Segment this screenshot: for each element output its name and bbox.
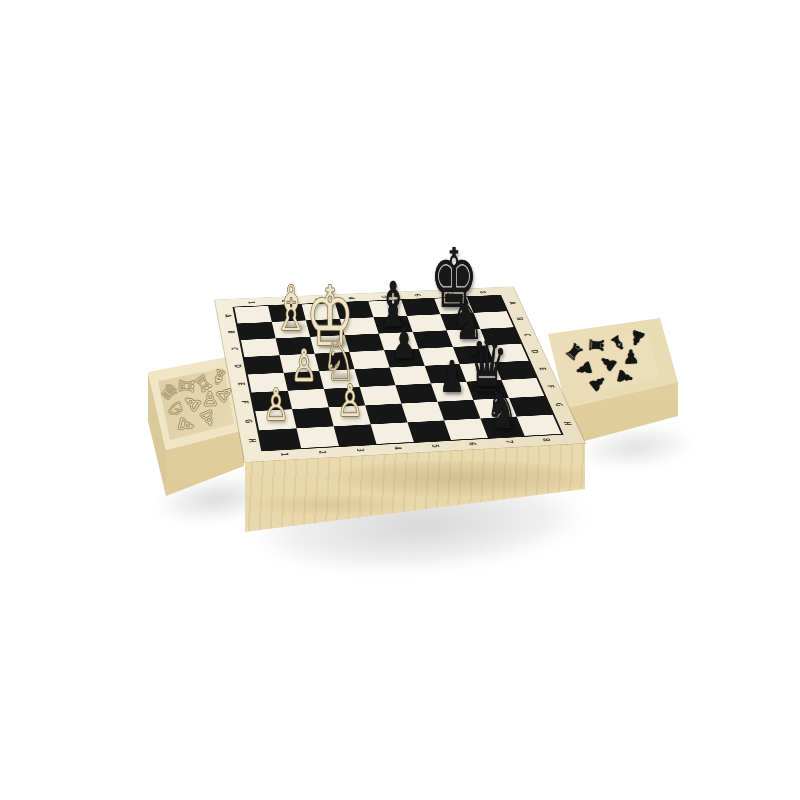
file-label-top-7: 7 xyxy=(445,292,454,295)
file-label-top-3: 3 xyxy=(313,298,322,301)
square-h2 xyxy=(509,396,553,416)
square-e5 xyxy=(384,349,425,368)
square-a5 xyxy=(244,355,283,374)
file-label-bottom-5: 5 xyxy=(429,444,439,448)
rank-label-left-D: D xyxy=(232,364,241,368)
square-c5 xyxy=(315,352,355,371)
square-d3 xyxy=(360,385,402,405)
square-b1 xyxy=(297,426,339,448)
rank-label-left-B: B xyxy=(226,330,235,333)
rank-label-right-B: B xyxy=(514,317,523,320)
square-b4 xyxy=(284,371,324,391)
square-e8 xyxy=(368,300,407,317)
tray-piece: ♟ xyxy=(614,366,637,387)
file-label-bottom-7: 7 xyxy=(503,440,513,444)
file-label-top-6: 6 xyxy=(412,294,421,297)
square-c4 xyxy=(319,369,360,389)
file-label-bottom-1: 1 xyxy=(278,453,288,457)
rank-label-right-C: C xyxy=(522,333,531,336)
square-h7 xyxy=(474,311,514,329)
square-d7 xyxy=(340,317,379,335)
square-d8 xyxy=(335,302,373,319)
square-d4 xyxy=(355,368,396,388)
square-d6 xyxy=(345,334,385,352)
square-c2 xyxy=(329,405,371,426)
file-label-top-2: 2 xyxy=(280,300,289,303)
file-label-top-8: 8 xyxy=(477,291,486,294)
rank-label-left-E: E xyxy=(236,382,245,385)
square-h5 xyxy=(487,344,529,363)
square-h3 xyxy=(501,378,544,398)
square-h8 xyxy=(467,296,507,313)
square-c1 xyxy=(334,424,377,446)
square-a4 xyxy=(248,373,288,393)
rank-label-left-F: F xyxy=(239,401,248,404)
rank-label-right-A: A xyxy=(507,301,516,304)
rank-label-left-H: H xyxy=(246,439,256,443)
chess-board xyxy=(234,296,561,450)
square-c8 xyxy=(302,303,340,320)
square-d5 xyxy=(349,350,389,369)
rank-label-right-F: F xyxy=(545,385,555,388)
square-b6 xyxy=(276,337,315,356)
square-a3 xyxy=(251,391,292,411)
square-a6 xyxy=(241,338,280,357)
square-c6 xyxy=(310,335,349,353)
square-b2 xyxy=(292,407,334,428)
square-h4 xyxy=(494,361,536,380)
square-d1 xyxy=(371,422,414,444)
product-photo: ♕♖♖♗♘♙♙♙♙♙ ♜♜♝♟♟♟♟♟♟ 1234567812345678ABC… xyxy=(0,0,800,800)
square-b7 xyxy=(272,320,310,338)
square-d2 xyxy=(365,404,407,425)
file-label-bottom-2: 2 xyxy=(316,450,326,454)
file-label-bottom-3: 3 xyxy=(354,448,364,452)
rank-label-left-C: C xyxy=(229,347,238,350)
rank-label-left-A: A xyxy=(223,314,232,317)
square-h6 xyxy=(480,327,521,345)
file-label-top-5: 5 xyxy=(379,295,388,298)
rank-label-right-H: H xyxy=(561,421,571,425)
file-label-top-4: 4 xyxy=(346,297,355,300)
square-a8 xyxy=(234,306,271,324)
square-b5 xyxy=(280,354,320,373)
square-b3 xyxy=(288,389,329,409)
square-c3 xyxy=(324,387,365,407)
rank-label-right-E: E xyxy=(537,367,546,370)
file-label-bottom-6: 6 xyxy=(466,442,476,446)
square-a2 xyxy=(255,409,296,430)
square-a7 xyxy=(238,322,276,340)
square-b8 xyxy=(268,305,306,322)
rank-label-right-D: D xyxy=(529,350,539,354)
tray-piece: ♟ xyxy=(622,347,640,367)
rank-label-left-G: G xyxy=(243,419,253,423)
rank-label-right-G: G xyxy=(553,403,563,407)
square-a1 xyxy=(259,428,301,450)
file-label-bottom-4: 4 xyxy=(392,446,402,450)
file-label-top-1: 1 xyxy=(246,301,255,304)
square-e6 xyxy=(379,332,419,350)
square-c7 xyxy=(306,319,345,337)
file-label-bottom-8: 8 xyxy=(540,438,550,442)
square-h1 xyxy=(517,415,561,436)
square-e7 xyxy=(373,316,412,334)
